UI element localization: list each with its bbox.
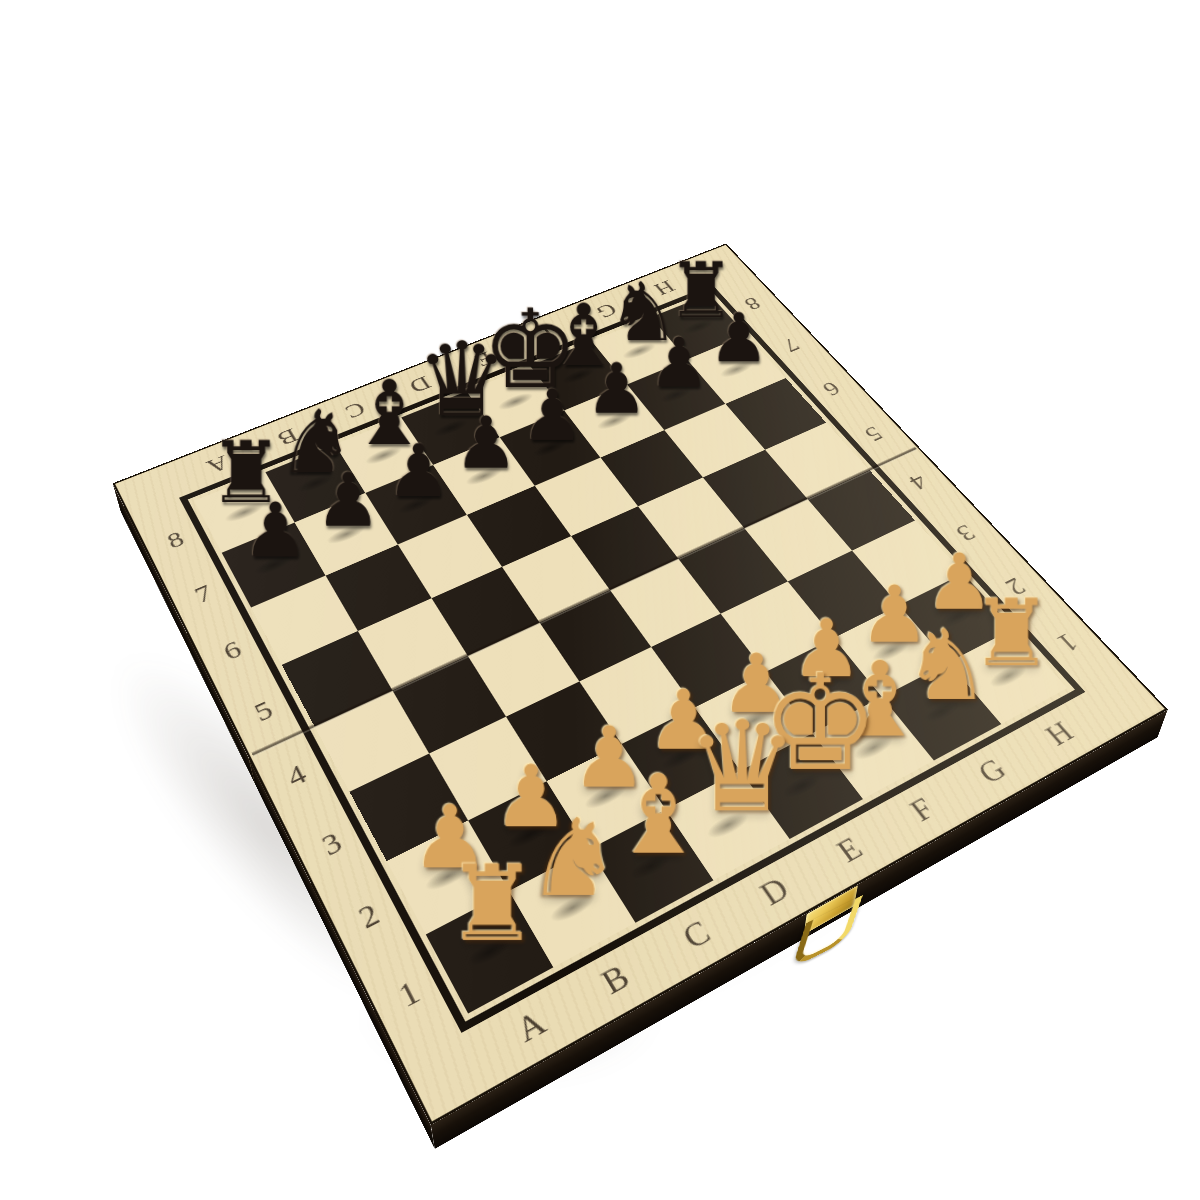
white-knight-glyph: ♞ <box>529 806 622 913</box>
black-pawn-glyph: ♟ <box>580 354 653 424</box>
black-pawn-glyph: ♟ <box>515 380 589 451</box>
black-pawn-glyph: ♟ <box>449 407 524 479</box>
black-pawn-glyph: ♟ <box>643 329 715 398</box>
folding-chess-box: ♜♞♝♛♚♝♞♜♟♟♟♟♟♟♟♟♟♟♟♟♟♟♟♟♜♞♝♛♚♝♞♜ ABCDEFG… <box>113 243 1168 1125</box>
product-photo-background: ♜♞♝♛♚♝♞♜♟♟♟♟♟♟♟♟♟♟♟♟♟♟♟♟♜♞♝♛♚♝♞♜ ABCDEFG… <box>0 0 1200 1200</box>
scene: ♜♞♝♛♚♝♞♜♟♟♟♟♟♟♟♟♟♟♟♟♟♟♟♟♜♞♝♛♚♝♞♜ ABCDEFG… <box>0 0 1200 1200</box>
white-bishop-glyph: ♝ <box>609 761 700 871</box>
board-top-face: ♜♞♝♛♚♝♞♜♟♟♟♟♟♟♟♟♟♟♟♟♟♟♟♟♜♞♝♛♚♝♞♜ ABCDEFG… <box>113 243 1168 1125</box>
black-pawn-glyph: ♟ <box>309 463 387 537</box>
black-pawn-glyph: ♟ <box>380 435 456 508</box>
black-pawn-glyph: ♟ <box>236 493 315 568</box>
white-rook-glyph: ♜ <box>445 852 540 956</box>
